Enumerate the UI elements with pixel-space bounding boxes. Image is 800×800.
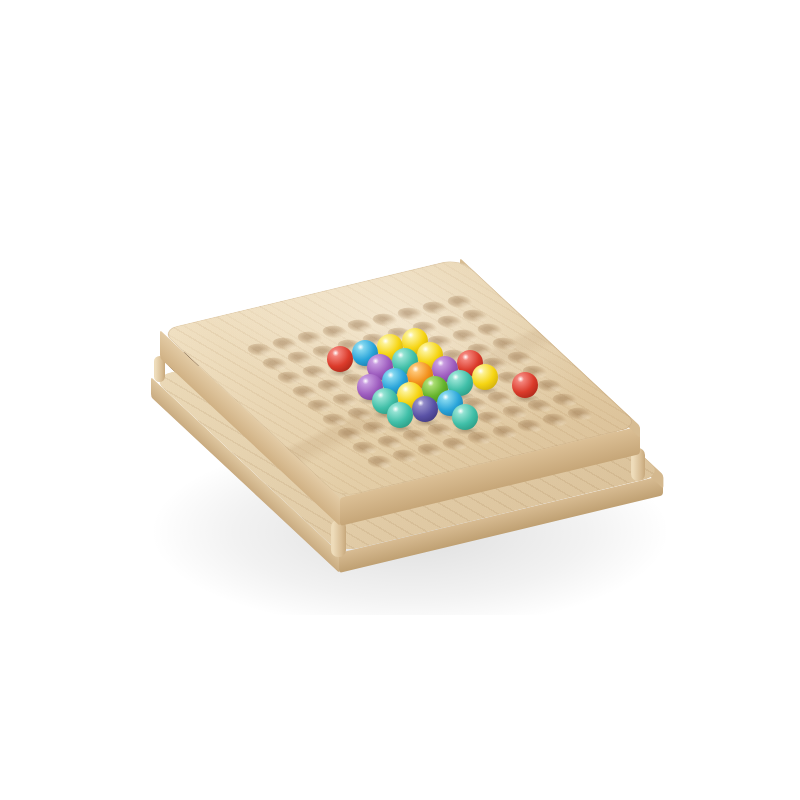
ball-red-r6-c7[interactable] xyxy=(512,372,538,398)
ball-teal-r6-c2[interactable] xyxy=(387,402,413,428)
dimple-r1-c8 xyxy=(458,308,492,325)
dimple-r6-c8 xyxy=(533,378,567,395)
dimple-r3-c8 xyxy=(488,336,522,353)
dimple-r0-c8 xyxy=(443,294,477,311)
dimple-r8-c8 xyxy=(563,406,597,423)
dimple-r7-c8 xyxy=(548,392,582,409)
ball-teal-r7-c4[interactable] xyxy=(452,404,478,430)
ball-indigo-r6-c3[interactable] xyxy=(412,396,438,422)
product-photo xyxy=(0,0,800,800)
dimple-r2-c8 xyxy=(473,322,507,339)
ball-yellow-r5-c6[interactable] xyxy=(472,364,498,390)
dimple-r4-c8 xyxy=(503,350,537,367)
ball-red-r2-c2[interactable] xyxy=(327,346,353,372)
corner-post-front xyxy=(331,520,346,557)
